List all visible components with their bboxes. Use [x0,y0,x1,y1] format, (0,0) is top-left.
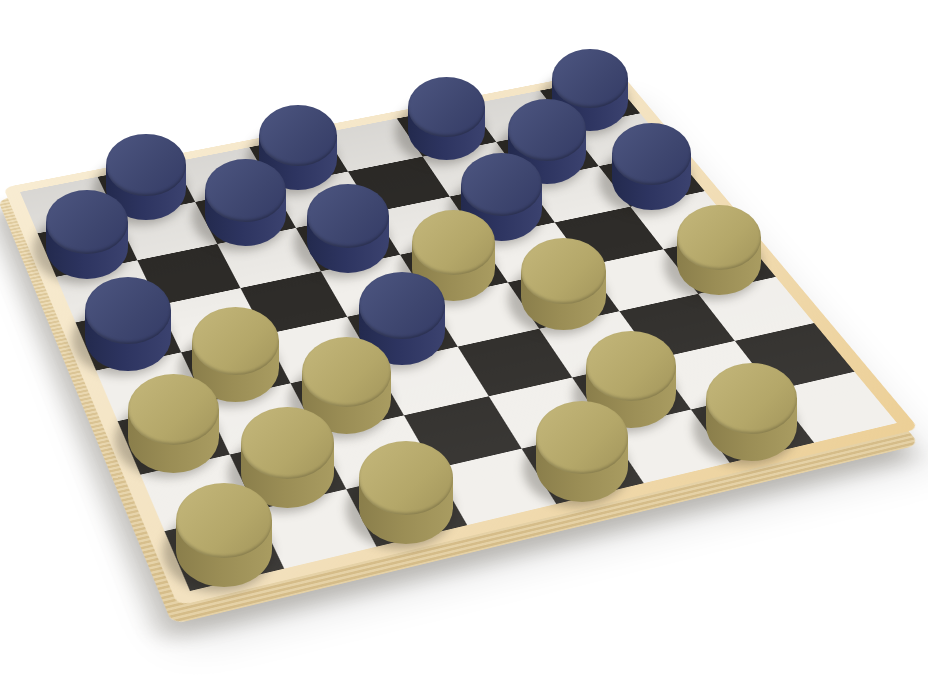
piece-top-face [106,134,185,196]
checker-navy-f8[interactable] [408,77,485,161]
pieces-layer [0,0,928,686]
piece-top-face [706,363,797,434]
piece-top-face [205,159,286,222]
piece-top-face [677,205,761,270]
piece-top-face [359,272,445,339]
checker-navy-a7[interactable] [46,190,128,279]
piece-top-face [359,441,453,515]
piece-top-face [176,483,272,558]
checker-navy-h6[interactable] [612,123,692,209]
piece-top-face [521,238,606,304]
piece-top-face [307,184,389,248]
piece-top-face [461,153,542,216]
checker-gold-a1[interactable] [176,483,272,587]
piece-top-face [612,123,692,185]
piece-top-face [259,105,337,166]
checker-gold-f4[interactable] [521,238,606,330]
checker-navy-c7[interactable] [205,159,286,247]
piece-top-face [586,331,675,401]
piece-top-face [241,407,334,479]
piece-top-face [128,374,219,445]
checker-gold-h4[interactable] [677,205,761,296]
piece-top-face [192,307,280,375]
piece-top-face [46,190,128,254]
checker-gold-e1[interactable] [536,401,629,502]
piece-top-face [508,99,586,160]
piece-top-face [536,401,629,473]
checkers-product-photo [0,0,928,686]
piece-top-face [85,277,171,344]
checker-navy-d6[interactable] [307,184,389,273]
piece-top-face [302,337,391,407]
checker-gold-a3[interactable] [128,374,219,473]
checker-gold-g1[interactable] [706,363,797,462]
piece-top-face [408,77,485,137]
checker-navy-a5[interactable] [85,277,171,371]
checker-gold-c1[interactable] [359,441,453,544]
